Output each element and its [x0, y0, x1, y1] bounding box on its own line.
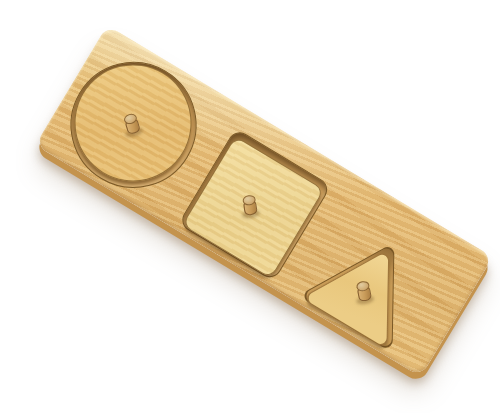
square-peg[interactable]	[240, 194, 259, 217]
photo-canvas	[0, 0, 500, 413]
puzzle-board	[35, 25, 493, 377]
